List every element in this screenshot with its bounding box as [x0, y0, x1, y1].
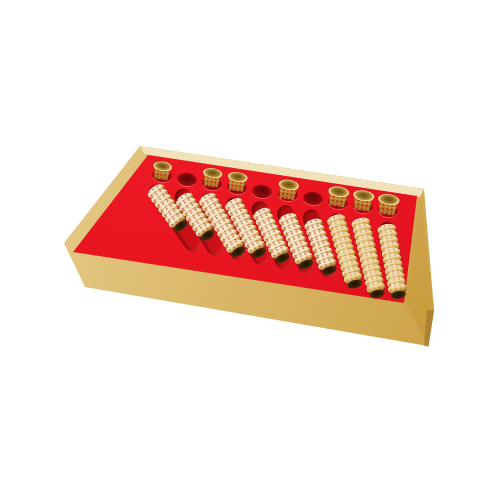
- gold-cup-piece-9[interactable]: [351, 189, 375, 213]
- gold-cup-piece-1[interactable]: [151, 160, 173, 182]
- gold-cup-piece-6[interactable]: [276, 178, 299, 201]
- gold-cup-piece-10[interactable]: [376, 193, 401, 218]
- gold-cup-piece-4[interactable]: [226, 171, 249, 194]
- gold-cup-piece-3[interactable]: [201, 167, 223, 189]
- product-scene: [0, 0, 500, 500]
- gold-cup-piece-8[interactable]: [326, 185, 350, 209]
